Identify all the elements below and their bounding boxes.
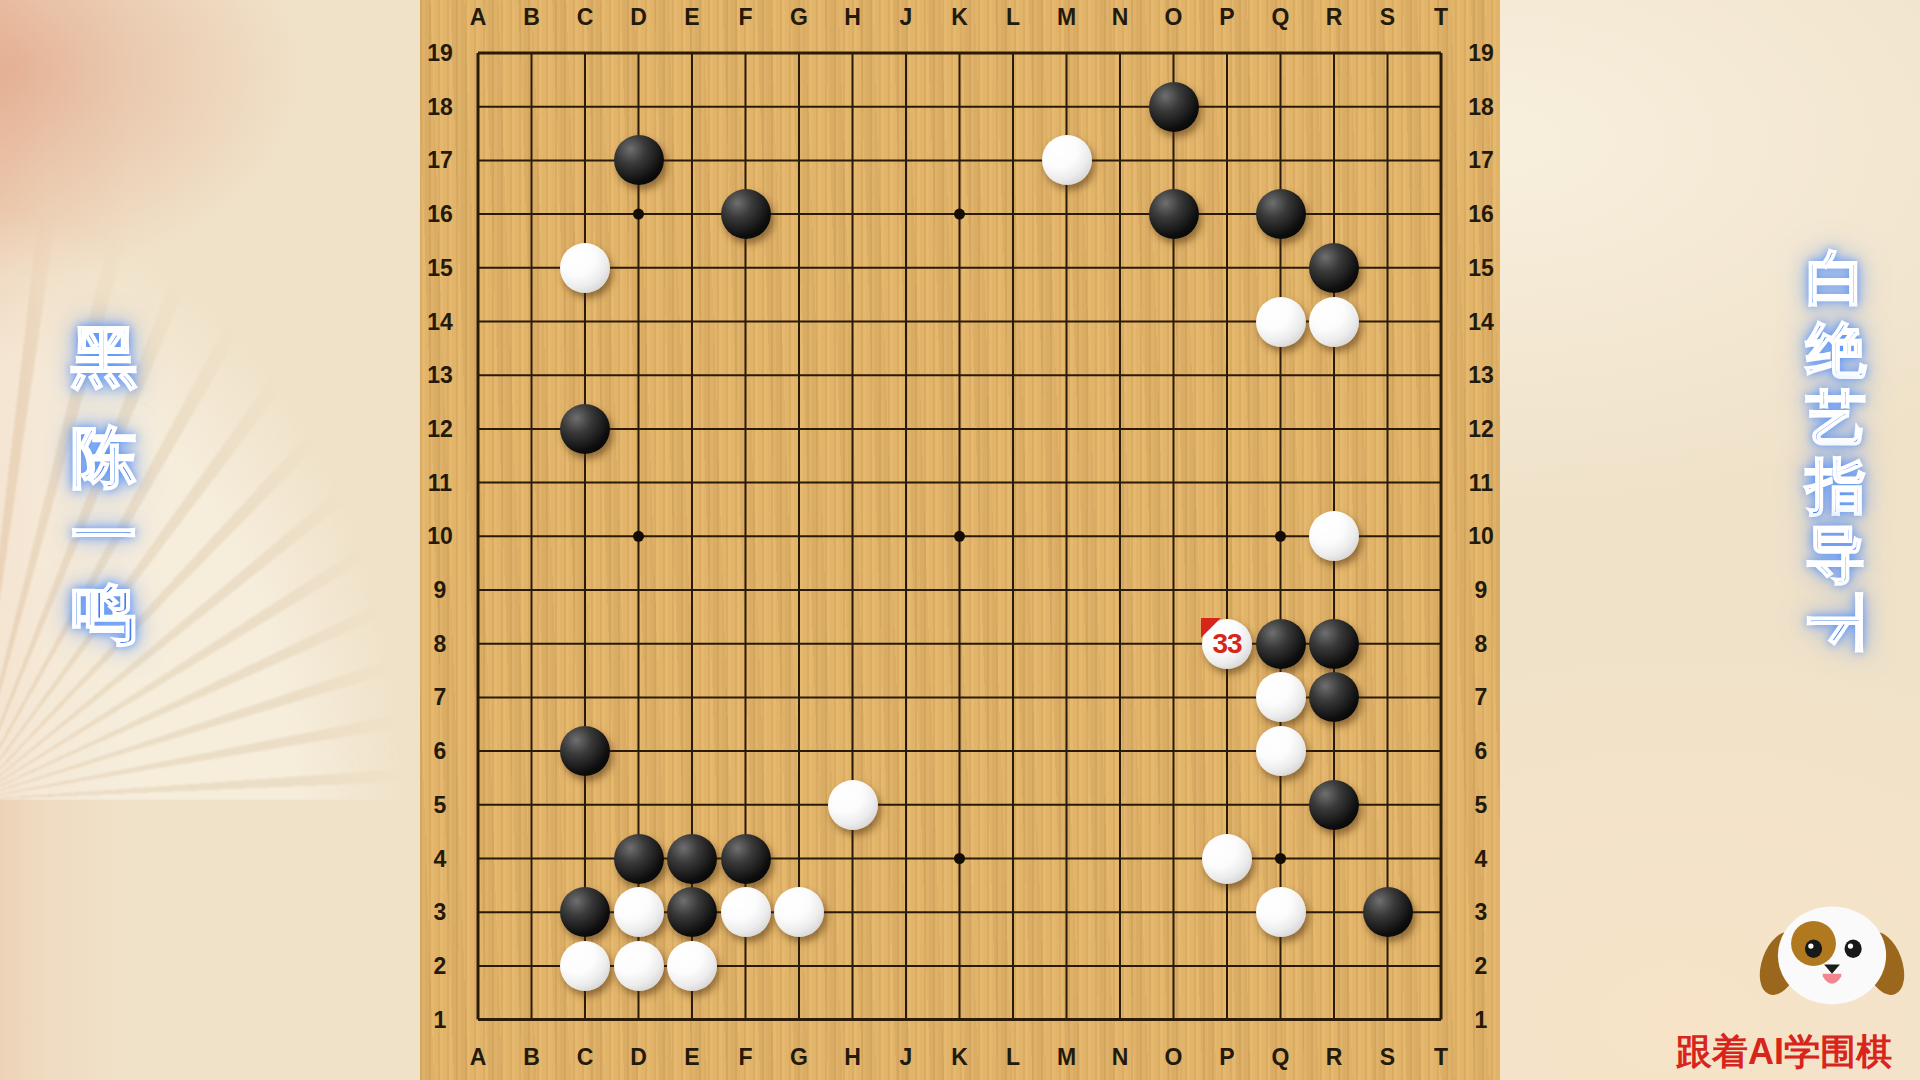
row-label-left: 11 [418, 470, 462, 496]
col-label-bottom: Q [1259, 1044, 1303, 1070]
col-label-bottom: T [1419, 1044, 1463, 1070]
row-label-left: 8 [418, 631, 462, 657]
col-label-bottom: C [563, 1044, 607, 1070]
col-label-top: Q [1259, 4, 1303, 30]
white-stone-F3[interactable] [721, 887, 771, 937]
col-label-top: P [1205, 4, 1249, 30]
black-stone-R15[interactable] [1309, 243, 1359, 293]
col-label-top: J [884, 4, 928, 30]
row-label-right: 14 [1459, 309, 1503, 335]
caption-char: 导 [1806, 524, 1866, 586]
black-stone-S3[interactable] [1363, 887, 1413, 937]
row-label-left: 14 [418, 309, 462, 335]
col-label-bottom: B [510, 1044, 554, 1070]
star-point [954, 209, 965, 220]
col-label-top: R [1312, 4, 1356, 30]
col-label-bottom: P [1205, 1044, 1249, 1070]
black-stone-C12[interactable] [560, 404, 610, 454]
caption-char: 绝 [1806, 320, 1866, 382]
row-label-right: 18 [1459, 94, 1503, 120]
row-label-left: 12 [418, 416, 462, 442]
black-stone-R5[interactable] [1309, 780, 1359, 830]
col-label-top: L [991, 4, 1035, 30]
row-label-left: 3 [418, 899, 462, 925]
white-stone-H5[interactable] [828, 780, 878, 830]
row-label-right: 10 [1459, 523, 1503, 549]
white-stone-Q7[interactable] [1256, 672, 1306, 722]
row-label-right: 16 [1459, 201, 1503, 227]
white-stone-Q6[interactable] [1256, 726, 1306, 776]
caption-char: 艺 [1806, 388, 1866, 450]
black-stone-Q16[interactable] [1256, 189, 1306, 239]
col-label-bottom: M [1045, 1044, 1089, 1070]
col-label-bottom: S [1366, 1044, 1410, 1070]
col-label-top: D [617, 4, 661, 30]
black-stone-R8[interactable] [1309, 619, 1359, 669]
col-label-bottom: J [884, 1044, 928, 1070]
black-stone-D4[interactable] [614, 834, 664, 884]
black-stone-O18[interactable] [1149, 82, 1199, 132]
row-label-right: 2 [1459, 953, 1503, 979]
star-point [633, 209, 644, 220]
white-stone-P8[interactable]: 33 [1202, 619, 1252, 669]
row-label-left: 2 [418, 953, 462, 979]
col-label-bottom: H [831, 1044, 875, 1070]
col-label-top: S [1366, 4, 1410, 30]
row-label-right: 15 [1459, 255, 1503, 281]
col-label-bottom: F [724, 1044, 768, 1070]
col-label-bottom: G [777, 1044, 821, 1070]
col-label-top: C [563, 4, 607, 30]
caption-char: 陈 [71, 422, 137, 492]
go-board[interactable]: AABBCCDDEEFFGGHHJJKKLLMMNNOOPPQQRRSSTT19… [420, 0, 1500, 1080]
row-label-right: 7 [1459, 684, 1503, 710]
row-label-right: 12 [1459, 416, 1503, 442]
col-label-top: N [1098, 4, 1142, 30]
screen: 黑陈一鸣 白绝艺指导下 AABBCCDDEEFFGGHHJJKKLLMMNNOO… [0, 0, 1920, 1080]
col-label-top: E [670, 4, 714, 30]
row-label-right: 6 [1459, 738, 1503, 764]
row-label-right: 17 [1459, 147, 1503, 173]
col-label-bottom: O [1152, 1044, 1196, 1070]
col-label-bottom: N [1098, 1044, 1142, 1070]
row-label-left: 9 [418, 577, 462, 603]
white-stone-P4[interactable] [1202, 834, 1252, 884]
row-label-right: 4 [1459, 846, 1503, 872]
col-label-top: G [777, 4, 821, 30]
white-stone-Q3[interactable] [1256, 887, 1306, 937]
row-label-right: 11 [1459, 470, 1503, 496]
col-label-top: T [1419, 4, 1463, 30]
caption-char: 鸣 [71, 578, 137, 648]
black-stone-E3[interactable] [667, 887, 717, 937]
row-label-right: 3 [1459, 899, 1503, 925]
black-player-caption: 黑陈一鸣 [64, 322, 144, 648]
row-label-right: 9 [1459, 577, 1503, 603]
black-stone-D17[interactable] [614, 135, 664, 185]
row-label-left: 5 [418, 792, 462, 818]
black-stone-O16[interactable] [1149, 189, 1199, 239]
white-stone-C15[interactable] [560, 243, 610, 293]
caption-char: 白 [1806, 248, 1866, 310]
row-label-left: 1 [418, 1007, 462, 1033]
star-point [1275, 531, 1286, 542]
col-label-bottom: L [991, 1044, 1035, 1070]
caption-char: 下 [1805, 593, 1867, 653]
star-point [954, 531, 965, 542]
white-stone-R14[interactable] [1309, 297, 1359, 347]
col-label-top: M [1045, 4, 1089, 30]
col-label-top: A [456, 4, 500, 30]
row-label-left: 6 [418, 738, 462, 764]
row-label-left: 19 [418, 40, 462, 66]
black-stone-Q8[interactable] [1256, 619, 1306, 669]
white-stone-Q14[interactable] [1256, 297, 1306, 347]
star-point [633, 531, 644, 542]
col-label-top: K [938, 4, 982, 30]
black-stone-C6[interactable] [560, 726, 610, 776]
col-label-bottom: A [456, 1044, 500, 1070]
col-label-top: H [831, 4, 875, 30]
row-label-left: 17 [418, 147, 462, 173]
row-label-left: 18 [418, 94, 462, 120]
row-label-right: 5 [1459, 792, 1503, 818]
col-label-bottom: K [938, 1044, 982, 1070]
white-stone-G3[interactable] [774, 887, 824, 937]
puppy-icon [1752, 892, 1912, 1024]
black-stone-E4[interactable] [667, 834, 717, 884]
row-label-right: 19 [1459, 40, 1503, 66]
row-label-left: 15 [418, 255, 462, 281]
black-stone-C3[interactable] [560, 887, 610, 937]
row-label-left: 10 [418, 523, 462, 549]
row-label-right: 13 [1459, 362, 1503, 388]
row-label-right: 1 [1459, 1007, 1503, 1033]
col-label-bottom: E [670, 1044, 714, 1070]
star-point [1275, 853, 1286, 864]
caption-char: 一 [71, 500, 137, 570]
col-label-top: O [1152, 4, 1196, 30]
white-player-caption: 白绝艺指导下 [1798, 248, 1874, 654]
white-stone-C2[interactable] [560, 941, 610, 991]
col-label-bottom: R [1312, 1044, 1356, 1070]
white-stone-M17[interactable] [1042, 135, 1092, 185]
row-label-right: 8 [1459, 631, 1503, 657]
caption-char: 指 [1806, 456, 1866, 518]
col-label-bottom: D [617, 1044, 661, 1070]
row-label-left: 7 [418, 684, 462, 710]
puppy-mascot [1752, 892, 1912, 1024]
row-label-left: 13 [418, 362, 462, 388]
col-label-top: F [724, 4, 768, 30]
black-stone-F4[interactable] [721, 834, 771, 884]
caption-char: 黑 [71, 322, 137, 392]
white-stone-R10[interactable] [1309, 511, 1359, 561]
black-stone-F16[interactable] [721, 189, 771, 239]
col-label-top: B [510, 4, 554, 30]
row-label-left: 16 [418, 201, 462, 227]
white-stone-D2[interactable] [614, 941, 664, 991]
row-label-left: 4 [418, 846, 462, 872]
watermark-text: 跟着AI学围棋 [1676, 1028, 1920, 1077]
star-point [954, 853, 965, 864]
white-stone-E2[interactable] [667, 941, 717, 991]
move-number-label: 33 [1202, 619, 1252, 669]
white-stone-D3[interactable] [614, 887, 664, 937]
